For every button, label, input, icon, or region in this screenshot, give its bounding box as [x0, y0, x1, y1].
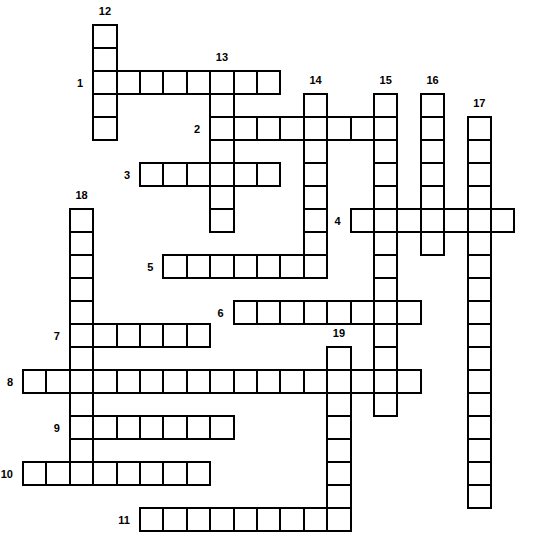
- grid-cell[interactable]: [116, 461, 141, 486]
- grid-cell[interactable]: [373, 346, 398, 371]
- grid-cell[interactable]: [467, 185, 492, 210]
- grid-cell[interactable]: [116, 70, 141, 95]
- grid-cell[interactable]: [303, 254, 328, 279]
- across-clue-number-7: 7: [26, 329, 60, 343]
- grid-cell[interactable]: [279, 300, 304, 325]
- grid-cell[interactable]: [22, 369, 47, 394]
- grid-cell[interactable]: [326, 369, 351, 394]
- grid-cell[interactable]: [209, 507, 234, 532]
- grid-cell[interactable]: [303, 300, 328, 325]
- grid-cell[interactable]: [467, 300, 492, 325]
- across-clue-number-1: 1: [49, 76, 83, 90]
- down-clue-number-14: 14: [301, 74, 331, 87]
- grid-cell[interactable]: [69, 369, 94, 394]
- grid-cell[interactable]: [209, 185, 234, 210]
- grid-cell[interactable]: [139, 162, 164, 187]
- grid-cell[interactable]: [69, 346, 94, 371]
- grid-cell[interactable]: [209, 139, 234, 164]
- grid-cell[interactable]: [396, 300, 421, 325]
- crossword-puzzle-page: 12345678910111213141516171819: [0, 0, 543, 558]
- grid-cell[interactable]: [209, 254, 234, 279]
- grid-cell[interactable]: [69, 254, 94, 279]
- grid-cell[interactable]: [326, 507, 351, 532]
- grid-cell[interactable]: [326, 415, 351, 440]
- grid-cell[interactable]: [420, 93, 445, 118]
- grid-cell[interactable]: [373, 277, 398, 302]
- grid-cell[interactable]: [256, 162, 281, 187]
- grid-cell[interactable]: [443, 208, 468, 233]
- grid-cell[interactable]: [69, 438, 94, 463]
- grid-cell[interactable]: [303, 139, 328, 164]
- grid-cell[interactable]: [326, 484, 351, 509]
- grid-cell[interactable]: [326, 392, 351, 417]
- grid-cell[interactable]: [69, 392, 94, 417]
- across-clue-number-10: 10: [0, 467, 13, 481]
- grid-cell[interactable]: [350, 116, 375, 141]
- grid-cell[interactable]: [209, 162, 234, 187]
- grid-cell[interactable]: [162, 70, 187, 95]
- grid-cell[interactable]: [279, 254, 304, 279]
- grid-cell[interactable]: [467, 461, 492, 486]
- grid-cell[interactable]: [186, 415, 211, 440]
- grid-cell[interactable]: [233, 162, 258, 187]
- grid-cell[interactable]: [256, 116, 281, 141]
- grid-cell[interactable]: [350, 300, 375, 325]
- grid-cell[interactable]: [303, 116, 328, 141]
- grid-cell[interactable]: [420, 162, 445, 187]
- grid-cell[interactable]: [326, 116, 351, 141]
- grid-cell[interactable]: [467, 116, 492, 141]
- grid-cell[interactable]: [69, 323, 94, 348]
- grid-cell[interactable]: [420, 139, 445, 164]
- grid-cell[interactable]: [303, 507, 328, 532]
- grid-cell[interactable]: [139, 507, 164, 532]
- across-clue-number-8: 8: [0, 375, 13, 389]
- grid-cell[interactable]: [373, 323, 398, 348]
- grid-cell[interactable]: [186, 162, 211, 187]
- grid-cell[interactable]: [256, 70, 281, 95]
- grid-cell[interactable]: [373, 369, 398, 394]
- grid-cell[interactable]: [92, 323, 117, 348]
- grid-cell[interactable]: [326, 461, 351, 486]
- down-clue-number-15: 15: [371, 74, 401, 87]
- grid-cell[interactable]: [92, 24, 117, 49]
- down-clue-number-18: 18: [67, 189, 97, 202]
- grid-cell[interactable]: [69, 277, 94, 302]
- grid-cell[interactable]: [162, 369, 187, 394]
- grid-cell[interactable]: [209, 70, 234, 95]
- grid-cell[interactable]: [303, 93, 328, 118]
- grid-cell[interactable]: [162, 461, 187, 486]
- grid-cell[interactable]: [373, 185, 398, 210]
- down-clue-number-16: 16: [418, 74, 448, 87]
- grid-cell[interactable]: [209, 415, 234, 440]
- grid-cell[interactable]: [116, 369, 141, 394]
- grid-cell[interactable]: [467, 208, 492, 233]
- grid-cell[interactable]: [396, 208, 421, 233]
- grid-cell[interactable]: [420, 185, 445, 210]
- grid-cell[interactable]: [373, 93, 398, 118]
- grid-cell[interactable]: [256, 254, 281, 279]
- down-clue-number-19: 19: [324, 327, 354, 340]
- grid-cell[interactable]: [139, 323, 164, 348]
- grid-cell[interactable]: [467, 323, 492, 348]
- grid-cell[interactable]: [256, 507, 281, 532]
- grid-cell[interactable]: [373, 208, 398, 233]
- grid-cell[interactable]: [162, 415, 187, 440]
- grid-cell[interactable]: [467, 438, 492, 463]
- grid-cell[interactable]: [186, 461, 211, 486]
- down-clue-number-17: 17: [464, 97, 494, 110]
- grid-cell[interactable]: [467, 392, 492, 417]
- across-clue-number-11: 11: [96, 513, 130, 527]
- grid-cell[interactable]: [69, 461, 94, 486]
- grid-cell[interactable]: [162, 162, 187, 187]
- grid-cell[interactable]: [45, 369, 70, 394]
- grid-cell[interactable]: [233, 507, 258, 532]
- grid-cell[interactable]: [467, 415, 492, 440]
- grid-cell[interactable]: [256, 369, 281, 394]
- grid-cell[interactable]: [373, 116, 398, 141]
- grid-cell[interactable]: [279, 369, 304, 394]
- grid-cell[interactable]: [467, 346, 492, 371]
- grid-cell[interactable]: [186, 369, 211, 394]
- grid-cell[interactable]: [350, 208, 375, 233]
- grid-cell[interactable]: [350, 369, 375, 394]
- grid-cell[interactable]: [139, 70, 164, 95]
- grid-cell[interactable]: [467, 369, 492, 394]
- grid-cell[interactable]: [69, 208, 94, 233]
- grid-cell[interactable]: [396, 369, 421, 394]
- grid-cell[interactable]: [69, 231, 94, 256]
- grid-cell[interactable]: [373, 300, 398, 325]
- grid-cell[interactable]: [233, 254, 258, 279]
- grid-cell[interactable]: [467, 484, 492, 509]
- grid-cell[interactable]: [45, 461, 70, 486]
- across-clue-number-2: 2: [166, 122, 200, 136]
- grid-cell[interactable]: [116, 323, 141, 348]
- across-clue-number-3: 3: [96, 168, 130, 182]
- grid-cell[interactable]: [373, 254, 398, 279]
- grid-cell[interactable]: [22, 461, 47, 486]
- grid-cell[interactable]: [420, 116, 445, 141]
- grid-cell[interactable]: [209, 93, 234, 118]
- grid-cell[interactable]: [303, 369, 328, 394]
- grid-cell[interactable]: [92, 93, 117, 118]
- across-clue-number-4: 4: [307, 214, 341, 228]
- grid-cell[interactable]: [162, 507, 187, 532]
- grid-cell[interactable]: [233, 369, 258, 394]
- grid-cell[interactable]: [69, 415, 94, 440]
- grid-cell[interactable]: [209, 369, 234, 394]
- grid-cell[interactable]: [186, 254, 211, 279]
- grid-cell[interactable]: [467, 277, 492, 302]
- across-clue-number-6: 6: [190, 306, 224, 320]
- grid-cell[interactable]: [92, 47, 117, 72]
- grid-cell[interactable]: [420, 208, 445, 233]
- grid-cell[interactable]: [92, 415, 117, 440]
- grid-cell[interactable]: [233, 300, 258, 325]
- grid-cell[interactable]: [303, 162, 328, 187]
- grid-cell[interactable]: [303, 231, 328, 256]
- grid-cell[interactable]: [139, 461, 164, 486]
- crossword-board: 12345678910111213141516171819: [0, 0, 543, 558]
- grid-cell[interactable]: [162, 254, 187, 279]
- grid-cell[interactable]: [420, 231, 445, 256]
- grid-cell[interactable]: [139, 369, 164, 394]
- grid-cell[interactable]: [116, 415, 141, 440]
- grid-cell[interactable]: [279, 507, 304, 532]
- grid-cell[interactable]: [467, 162, 492, 187]
- grid-cell[interactable]: [186, 507, 211, 532]
- grid-cell[interactable]: [209, 208, 234, 233]
- grid-cell[interactable]: [256, 300, 281, 325]
- grid-cell[interactable]: [92, 461, 117, 486]
- grid-cell[interactable]: [92, 369, 117, 394]
- across-clue-number-5: 5: [119, 260, 153, 274]
- grid-cell[interactable]: [373, 392, 398, 417]
- grid-cell[interactable]: [490, 208, 515, 233]
- grid-cell[interactable]: [467, 231, 492, 256]
- grid-cell[interactable]: [373, 162, 398, 187]
- down-clue-number-13: 13: [207, 51, 237, 64]
- grid-cell[interactable]: [92, 116, 117, 141]
- grid-cell[interactable]: [373, 139, 398, 164]
- grid-cell[interactable]: [326, 346, 351, 371]
- grid-cell[interactable]: [373, 231, 398, 256]
- grid-cell[interactable]: [467, 139, 492, 164]
- grid-cell[interactable]: [326, 438, 351, 463]
- grid-cell[interactable]: [209, 116, 234, 141]
- grid-cell[interactable]: [467, 254, 492, 279]
- grid-cell[interactable]: [162, 323, 187, 348]
- grid-cell[interactable]: [233, 70, 258, 95]
- grid-cell[interactable]: [326, 300, 351, 325]
- grid-cell[interactable]: [92, 70, 117, 95]
- grid-cell[interactable]: [139, 415, 164, 440]
- grid-cell[interactable]: [279, 116, 304, 141]
- grid-cell[interactable]: [233, 116, 258, 141]
- grid-cell[interactable]: [186, 70, 211, 95]
- grid-cell[interactable]: [303, 185, 328, 210]
- across-clue-number-9: 9: [26, 421, 60, 435]
- down-clue-number-12: 12: [90, 5, 120, 18]
- grid-cell[interactable]: [186, 323, 211, 348]
- grid-cell[interactable]: [69, 300, 94, 325]
